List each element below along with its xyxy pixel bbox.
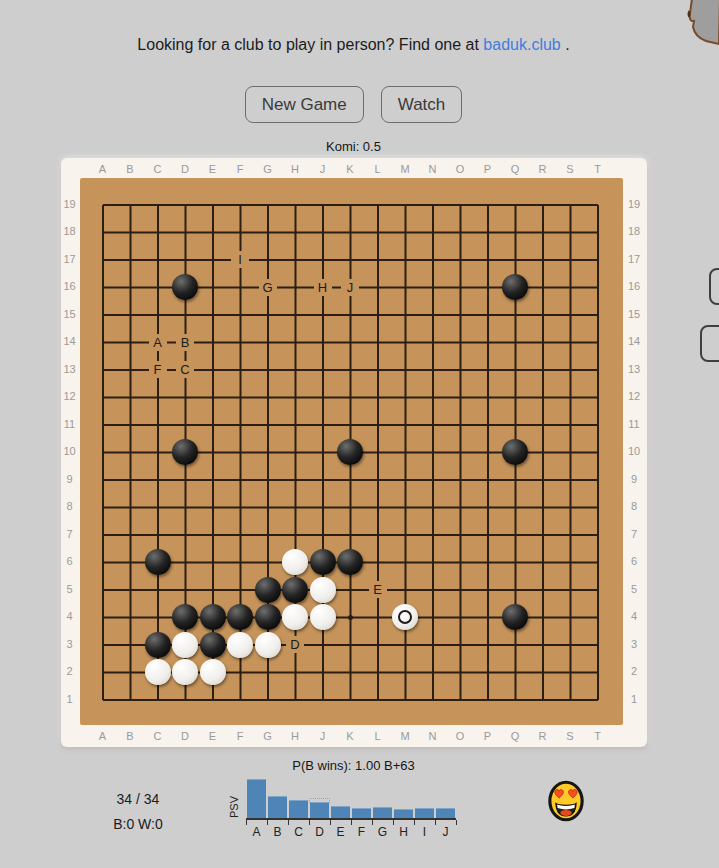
coord-row-left: 1 (61, 693, 78, 705)
policy-bar-J[interactable] (436, 808, 455, 818)
black-stone (502, 439, 528, 465)
coord-col-top: R (533, 163, 553, 175)
coord-col-bottom: S (560, 730, 580, 742)
coord-row-right: 11 (624, 418, 644, 430)
coord-col-top: O (450, 163, 470, 175)
coord-col-top: L (368, 163, 388, 175)
policy-bar-G[interactable] (373, 807, 392, 818)
coord-col-top: Q (505, 163, 525, 175)
coord-col-bottom: N (423, 730, 443, 742)
coord-row-left: 16 (61, 280, 78, 292)
coord-row-left: 15 (61, 308, 78, 320)
coord-row-left: 17 (61, 253, 78, 265)
coord-row-right: 10 (624, 445, 644, 457)
policy-bar-D[interactable] (310, 802, 329, 818)
side-button-2[interactable]: E (700, 325, 719, 362)
main-column: Looking for a club to play in person? Fi… (0, 0, 707, 868)
winrate-emoji-icon (547, 779, 585, 823)
coord-row-left: 8 (61, 500, 78, 512)
x-axis-label-F: F (351, 825, 372, 839)
side-button-1[interactable] (709, 268, 719, 305)
variation-label: D (286, 636, 304, 653)
coord-col-bottom: E (203, 730, 223, 742)
coord-col-top: A (93, 163, 113, 175)
white-stone (310, 604, 336, 630)
black-stone (502, 604, 528, 630)
coord-row-right: 17 (624, 253, 644, 265)
policy-bar-ghost (309, 798, 330, 803)
star-point (348, 615, 353, 620)
hand-cursor-image (679, 0, 719, 46)
policy-bar-H[interactable] (394, 809, 413, 818)
coord-col-bottom: B (120, 730, 140, 742)
club-banner: Looking for a club to play in person? Fi… (0, 36, 707, 54)
x-axis-label-C: C (288, 825, 309, 839)
move-stats: 34 / 34 B:0 W:0 (93, 787, 183, 837)
black-stone (227, 604, 253, 630)
coord-col-top: M (395, 163, 415, 175)
white-stone (392, 604, 418, 630)
white-stone (310, 577, 336, 603)
black-stone (172, 604, 198, 630)
policy-bar-C[interactable] (289, 800, 308, 818)
coord-col-top: T (588, 163, 608, 175)
coord-row-right: 16 (624, 280, 644, 292)
coord-col-bottom: K (340, 730, 360, 742)
white-stone (255, 632, 281, 658)
black-stone (145, 549, 171, 575)
banner-text-after: . (561, 36, 570, 53)
coord-row-left: 3 (61, 638, 78, 650)
coord-row-left: 11 (61, 418, 78, 430)
coord-row-right: 1 (624, 693, 644, 705)
baduk-club-link[interactable]: baduk.club (483, 36, 560, 53)
coord-col-bottom: G (258, 730, 278, 742)
coord-col-bottom: M (395, 730, 415, 742)
white-stone (145, 659, 171, 685)
coord-row-right: 8 (624, 500, 644, 512)
coord-col-top: J (313, 163, 333, 175)
coord-row-left: 12 (61, 390, 78, 402)
coord-row-right: 19 (624, 198, 644, 210)
coord-col-top: D (175, 163, 195, 175)
coord-col-bottom: A (93, 730, 113, 742)
x-axis-label-H: H (393, 825, 414, 839)
variation-label: I (231, 251, 249, 268)
coord-row-left: 6 (61, 555, 78, 567)
policy-bar-E[interactable] (331, 806, 350, 818)
coord-row-right: 12 (624, 390, 644, 402)
coord-col-bottom: R (533, 730, 553, 742)
new-game-button[interactable]: New Game (245, 86, 364, 123)
policy-bar-I[interactable] (415, 808, 434, 818)
coord-row-right: 14 (624, 335, 644, 347)
x-axis-tick (456, 820, 457, 825)
white-stone (282, 549, 308, 575)
variation-label: C (176, 361, 194, 378)
chart-plot-area (246, 776, 456, 820)
coord-col-top: K (340, 163, 360, 175)
policy-bar-F[interactable] (352, 808, 371, 818)
coord-row-right: 3 (624, 638, 644, 650)
variation-label: B (176, 334, 194, 351)
coord-row-right: 4 (624, 610, 644, 622)
variation-label: E (369, 581, 387, 598)
coord-row-left: 13 (61, 363, 78, 375)
x-axis-label-A: A (246, 825, 267, 839)
coord-row-left: 7 (61, 528, 78, 540)
black-stone (200, 632, 226, 658)
coord-row-left: 4 (61, 610, 78, 622)
coord-col-top: P (478, 163, 498, 175)
coord-col-bottom: L (368, 730, 388, 742)
x-axis-label-B: B (267, 825, 288, 839)
coord-row-right: 13 (624, 363, 644, 375)
white-stone (282, 604, 308, 630)
black-stone (310, 549, 336, 575)
coord-row-right: 5 (624, 583, 644, 595)
variation-label: J (341, 279, 359, 296)
coord-row-right: 15 (624, 308, 644, 320)
coord-row-right: 18 (624, 225, 644, 237)
coord-col-top: F (230, 163, 250, 175)
coord-row-left: 2 (61, 665, 78, 677)
coord-row-left: 19 (61, 198, 78, 210)
black-stone (255, 604, 281, 630)
coord-col-bottom: J (313, 730, 333, 742)
black-stone (200, 604, 226, 630)
variation-label: A (149, 334, 167, 351)
black-stone (255, 577, 281, 603)
coord-row-right: 2 (624, 665, 644, 677)
variation-label: F (149, 361, 167, 378)
coord-row-left: 14 (61, 335, 78, 347)
chart-y-axis-label: PSV (228, 786, 242, 828)
coord-row-left: 10 (61, 445, 78, 457)
coord-row-left: 18 (61, 225, 78, 237)
banner-text-before: Looking for a club to play in person? Fi… (137, 36, 483, 53)
black-stone (145, 632, 171, 658)
black-stone (172, 439, 198, 465)
coord-col-top: G (258, 163, 278, 175)
coord-row-right: 9 (624, 473, 644, 485)
white-stone (227, 632, 253, 658)
policy-visits-chart: PSV ABCDEFGHIJ (228, 776, 468, 838)
coord-col-top: C (148, 163, 168, 175)
x-axis-label-E: E (330, 825, 351, 839)
white-stone (172, 632, 198, 658)
top-button-row: New Game Watch (0, 86, 707, 123)
coord-col-bottom: P (478, 730, 498, 742)
win-probability-text: P(B wins): 1.00 B+63 (0, 758, 707, 773)
x-axis-label-J: J (435, 825, 456, 839)
coord-col-bottom: D (175, 730, 195, 742)
coord-col-bottom: C (148, 730, 168, 742)
board-panel: AABBCCDDEEFFGGHHJJKKLLMMNNOOPPQQRRSSTT19… (61, 158, 647, 747)
policy-bar-B[interactable] (268, 796, 287, 818)
black-stone (337, 549, 363, 575)
capture-counts: B:0 W:0 (93, 812, 183, 837)
coord-col-bottom: F (230, 730, 250, 742)
coord-col-bottom: T (588, 730, 608, 742)
x-axis-label-G: G (372, 825, 393, 839)
x-axis-label-I: I (414, 825, 435, 839)
coord-col-bottom: Q (505, 730, 525, 742)
black-stone (172, 274, 198, 300)
move-counter: 34 / 34 (93, 787, 183, 812)
white-stone (172, 659, 198, 685)
coord-row-right: 6 (624, 555, 644, 567)
last-move-marker (398, 610, 412, 624)
coord-col-top: E (203, 163, 223, 175)
coord-col-top: B (120, 163, 140, 175)
black-stone (282, 577, 308, 603)
x-axis-label-D: D (309, 825, 330, 839)
variation-label: H (314, 279, 332, 296)
black-stone (337, 439, 363, 465)
komi-label: Komi: 0.5 (0, 139, 707, 154)
coord-col-bottom: H (285, 730, 305, 742)
white-stone (200, 659, 226, 685)
coord-row-left: 5 (61, 583, 78, 595)
black-stone (502, 274, 528, 300)
coord-row-left: 9 (61, 473, 78, 485)
coord-row-right: 7 (624, 528, 644, 540)
variation-label: G (259, 279, 277, 296)
coord-col-top: N (423, 163, 443, 175)
policy-bar-A[interactable] (247, 779, 266, 818)
watch-button[interactable]: Watch (381, 86, 463, 123)
coord-col-bottom: O (450, 730, 470, 742)
coord-col-top: S (560, 163, 580, 175)
coord-col-top: H (285, 163, 305, 175)
